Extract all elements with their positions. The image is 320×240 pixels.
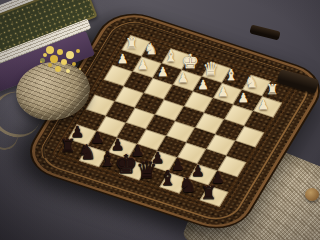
white-knight[interactable]: ♞ xyxy=(245,75,259,91)
black-knight[interactable]: ♞ xyxy=(78,142,96,163)
white-pawn[interactable]: ♟ xyxy=(178,72,189,85)
white-knight[interactable]: ♞ xyxy=(144,42,158,58)
white-bishop[interactable]: ♝ xyxy=(164,48,178,64)
white-pawn[interactable]: ♟ xyxy=(137,59,148,72)
white-rook[interactable]: ♜ xyxy=(266,83,278,97)
metal-latch xyxy=(249,25,280,41)
photo-scene: ♜♞♝♚♛♝♞♜♟♟♟♟♟♟♟♟♟♟♟♟♟♟♟♟♜♞♝♚♛♝♞♜ xyxy=(0,0,320,240)
white-pawn[interactable]: ♟ xyxy=(157,65,168,78)
white-rook[interactable]: ♜ xyxy=(125,36,137,50)
black-queen[interactable]: ♛ xyxy=(136,159,157,183)
white-queen[interactable]: ♛ xyxy=(203,59,219,77)
flower-stems xyxy=(40,58,45,63)
white-king[interactable]: ♚ xyxy=(182,51,200,71)
white-pawn[interactable]: ♟ xyxy=(258,99,269,112)
white-pawn[interactable]: ♟ xyxy=(238,92,249,105)
white-pawn[interactable]: ♟ xyxy=(198,79,209,92)
white-bishop[interactable]: ♝ xyxy=(225,68,239,84)
black-bishop[interactable]: ♝ xyxy=(159,168,177,189)
black-rook[interactable]: ♜ xyxy=(60,137,76,155)
dried-flowers xyxy=(46,46,54,54)
black-knight[interactable]: ♞ xyxy=(179,175,197,196)
black-king[interactable]: ♚ xyxy=(114,150,137,176)
wooden-knob xyxy=(305,188,319,201)
black-rook[interactable]: ♜ xyxy=(200,183,216,201)
white-pawn[interactable]: ♟ xyxy=(117,52,128,65)
white-pawn[interactable]: ♟ xyxy=(218,85,229,98)
